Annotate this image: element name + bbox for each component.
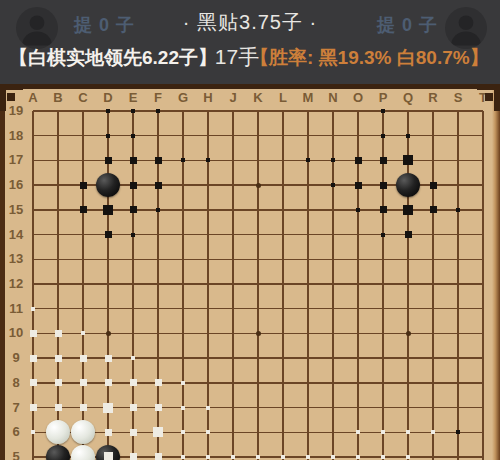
column-label: N <box>325 90 341 105</box>
star-point-D10 <box>106 331 111 336</box>
column-label: J <box>225 90 241 105</box>
white-territory-square-E8 <box>130 379 137 386</box>
white-territory-dot-A6 <box>31 430 35 434</box>
black-territory-square-P15 <box>380 206 387 213</box>
white-territory-square-E5 <box>130 453 137 460</box>
white-territory-square-D6 <box>105 429 112 436</box>
star-point-K16 <box>256 183 261 188</box>
column-label: P <box>375 90 391 105</box>
white-territory-square-C8 <box>80 379 87 386</box>
white-territory-dot-G6 <box>181 430 185 434</box>
white-territory-square-C9 <box>80 355 87 362</box>
column-label: R <box>425 90 441 105</box>
row-label: 7 <box>4 400 28 415</box>
black-territory-dot-E14 <box>131 233 135 237</box>
white-territory-square-E6 <box>130 429 137 436</box>
go-app-window: 提 0 子 · 黑贴3.75子 · 提 0 子 17手 【白棋实地领先6.22子… <box>0 0 500 460</box>
frame-corner-ornament-right <box>477 84 500 111</box>
row-label: 18 <box>4 128 28 143</box>
white-territory-square-F8 <box>155 379 162 386</box>
stone-white-B6 <box>46 420 70 444</box>
black-territory-square-Q14 <box>405 231 412 238</box>
column-label: L <box>275 90 291 105</box>
row-label: 14 <box>4 227 28 242</box>
row-label: 9 <box>4 350 28 365</box>
white-territory-dot-J5 <box>231 455 235 459</box>
white-territory-dot-L5 <box>281 455 285 459</box>
white-territory-square-A8 <box>30 379 37 386</box>
winrate-toast: 【胜率: 黑19.3% 白80.7%】 <box>250 45 489 71</box>
white-territory-dot-H5 <box>206 455 210 459</box>
white-territory-dot-P6 <box>381 430 385 434</box>
black-territory-square-Q15 <box>403 205 413 215</box>
white-territory-dot-Q5 <box>406 455 410 459</box>
column-label: S <box>450 90 466 105</box>
column-label: D <box>100 90 116 105</box>
white-territory-square-C7 <box>80 404 87 411</box>
white-territory-dot-G7 <box>181 406 185 410</box>
column-label: C <box>75 90 91 105</box>
black-territory-square-C15 <box>80 206 87 213</box>
white-territory-square-A10 <box>30 330 37 337</box>
game-header: 提 0 子 · 黑贴3.75子 · 提 0 子 17手 【白棋实地领先6.22子… <box>0 0 500 84</box>
grid-vline <box>232 111 234 460</box>
black-territory-square-D17 <box>105 157 112 164</box>
row-label: 12 <box>4 276 28 291</box>
white-territory-dot-M5 <box>306 455 310 459</box>
row-label: 8 <box>4 375 28 390</box>
white-territory-square-F5 <box>155 453 162 460</box>
white-territory-square-A7 <box>30 404 37 411</box>
black-territory-square-D15 <box>103 205 113 215</box>
column-label: E <box>125 90 141 105</box>
black-territory-dot-M17 <box>306 158 310 162</box>
black-territory-square-F16 <box>155 182 162 189</box>
grid-vline <box>257 111 259 460</box>
white-territory-square-D7 <box>103 403 113 413</box>
grid-vline <box>282 111 284 460</box>
black-territory-dot-D19 <box>106 109 110 113</box>
board-frame-right <box>492 84 500 460</box>
black-territory-square-R15 <box>430 206 437 213</box>
column-label: M <box>300 90 316 105</box>
black-territory-dot-S15 <box>456 208 460 212</box>
black-territory-dot-F19 <box>156 109 160 113</box>
territory-lead-toast: 【白棋实地领先6.22子】 <box>9 45 217 71</box>
grid-vline <box>332 111 334 460</box>
row-label: 16 <box>4 177 28 192</box>
black-territory-square-D14 <box>105 231 112 238</box>
grid-vline <box>457 111 459 460</box>
white-territory-dot-O5 <box>356 455 360 459</box>
star-point-K10 <box>256 331 261 336</box>
black-territory-dot-G17 <box>181 158 185 162</box>
white-territory-dot-E9 <box>131 356 135 360</box>
stone-black-D16 <box>96 173 120 197</box>
white-territory-square-B8 <box>55 379 62 386</box>
white-territory-square-D9 <box>105 355 112 362</box>
white-territory-dot-O6 <box>356 430 360 434</box>
white-territory-dot-R6 <box>431 430 435 434</box>
black-territory-dot-P18 <box>381 134 385 138</box>
stone-black-B5 <box>46 445 70 460</box>
white-territory-square-F7 <box>155 404 162 411</box>
white-territory-dot-G5 <box>181 455 185 459</box>
grid-vline <box>307 111 309 460</box>
black-territory-dot-N16 <box>331 183 335 187</box>
black-territory-dot-E18 <box>131 134 135 138</box>
black-territory-square-O16 <box>355 182 362 189</box>
white-territory-dot-N5 <box>331 455 335 459</box>
white-territory-square-F6 <box>153 427 163 437</box>
dead-stone-mark-D5 <box>104 452 113 460</box>
black-territory-dot-P19 <box>381 109 385 113</box>
white-territory-square-D8 <box>105 379 112 386</box>
black-territory-square-O17 <box>355 157 362 164</box>
black-territory-dot-Q18 <box>406 134 410 138</box>
black-territory-square-R16 <box>430 182 437 189</box>
stone-white-C6 <box>71 420 95 444</box>
black-territory-square-C16 <box>80 182 87 189</box>
white-territory-dot-G8 <box>181 381 185 385</box>
black-territory-dot-N17 <box>331 158 335 162</box>
white-territory-square-B9 <box>55 355 62 362</box>
stone-white-C5 <box>71 445 95 460</box>
white-territory-dot-H7 <box>206 406 210 410</box>
column-label: K <box>250 90 266 105</box>
white-captures-label: 提 0 子 <box>377 13 438 37</box>
white-territory-dot-A11 <box>31 307 35 311</box>
row-label: 5 <box>4 449 28 460</box>
grid-vline <box>432 111 434 460</box>
board-frame-top <box>0 84 500 89</box>
row-label: 11 <box>4 301 28 316</box>
black-territory-square-P17 <box>380 157 387 164</box>
white-territory-square-E7 <box>130 404 137 411</box>
column-label: Q <box>400 90 416 105</box>
row-label: 10 <box>4 325 28 340</box>
black-territory-dot-E19 <box>131 109 135 113</box>
column-label: O <box>350 90 366 105</box>
go-board[interactable]: ABCDEFGHJKLMNOPQRST191817161514131211109… <box>0 84 500 460</box>
row-label: 13 <box>4 251 28 266</box>
black-territory-dot-H17 <box>206 158 210 162</box>
black-territory-square-F17 <box>155 157 162 164</box>
black-territory-square-Q17 <box>403 155 413 165</box>
column-label: G <box>175 90 191 105</box>
column-label: F <box>150 90 166 105</box>
black-territory-square-E16 <box>130 182 137 189</box>
black-territory-square-E17 <box>130 157 137 164</box>
grid-vline <box>482 111 484 460</box>
column-label: H <box>200 90 216 105</box>
white-territory-square-B10 <box>55 330 62 337</box>
row-label: 17 <box>4 152 28 167</box>
black-territory-dot-O15 <box>356 208 360 212</box>
white-territory-dot-P5 <box>381 455 385 459</box>
row-label: 6 <box>4 424 28 439</box>
stone-black-Q16 <box>396 173 420 197</box>
white-territory-square-B7 <box>55 404 62 411</box>
white-territory-dot-H6 <box>206 430 210 434</box>
white-territory-dot-K5 <box>256 455 260 459</box>
black-territory-dot-F15 <box>156 208 160 212</box>
star-point-Q10 <box>406 331 411 336</box>
column-label: B <box>50 90 66 105</box>
black-territory-dot-S6 <box>456 430 460 434</box>
frame-corner-ornament-left <box>0 84 23 111</box>
white-territory-dot-Q6 <box>406 430 410 434</box>
black-territory-square-E15 <box>130 206 137 213</box>
white-territory-dot-C10 <box>81 331 85 335</box>
black-territory-dot-P14 <box>381 233 385 237</box>
black-territory-square-P16 <box>380 182 387 189</box>
row-label: 15 <box>4 202 28 217</box>
white-territory-square-A9 <box>30 355 37 362</box>
black-territory-dot-D18 <box>106 134 110 138</box>
